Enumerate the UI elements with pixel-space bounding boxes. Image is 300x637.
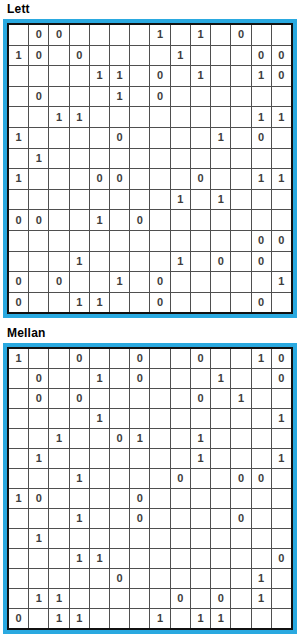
empty-cell-r6c11[interactable]: [211, 449, 230, 468]
empty-cell-r12c6[interactable]: [110, 252, 129, 272]
empty-cell-r4c6[interactable]: [110, 409, 129, 428]
empty-cell-r9c8[interactable]: [150, 509, 169, 528]
empty-cell-r2c3[interactable]: [49, 369, 68, 388]
empty-cell-r6c3[interactable]: [49, 128, 68, 148]
empty-cell-r1c6[interactable]: [110, 25, 129, 45]
empty-cell-r3c13[interactable]: [252, 389, 271, 408]
empty-cell-r7c3[interactable]: [49, 149, 68, 169]
empty-cell-r8c12[interactable]: [231, 489, 250, 508]
empty-cell-r7c6[interactable]: [110, 149, 129, 169]
clue-cell-r2c2: 0: [29, 369, 48, 388]
empty-cell-r3c8[interactable]: [150, 389, 169, 408]
empty-cell-r4c5[interactable]: [90, 87, 109, 107]
empty-cell-r10c8[interactable]: [150, 529, 169, 548]
empty-cell-r12c3[interactable]: [49, 252, 68, 272]
empty-cell-r14c10[interactable]: [191, 293, 210, 313]
empty-cell-r8c8[interactable]: [150, 169, 169, 189]
empty-cell-r10c11[interactable]: [211, 529, 230, 548]
empty-cell-r11c8[interactable]: [150, 549, 169, 568]
empty-cell-r4c1[interactable]: [9, 409, 28, 428]
empty-cell-r8c11[interactable]: [211, 489, 230, 508]
empty-cell-r10c13[interactable]: [252, 529, 271, 548]
empty-cell-r11c1[interactable]: [9, 231, 28, 251]
empty-cell-r6c3[interactable]: [49, 449, 68, 468]
empty-cell-r2c6[interactable]: [110, 46, 129, 66]
empty-cell-r1c6[interactable]: [110, 349, 129, 368]
empty-cell-r12c9[interactable]: [171, 569, 190, 588]
empty-cell-r10c13[interactable]: [252, 210, 271, 230]
empty-cell-r9c10[interactable]: [191, 509, 210, 528]
empty-cell-r10c10[interactable]: [191, 210, 210, 230]
empty-cell-r12c14[interactable]: [272, 569, 291, 588]
empty-cell-r2c8[interactable]: [150, 369, 169, 388]
empty-cell-r1c13[interactable]: [252, 25, 271, 45]
empty-cell-r7c10[interactable]: [191, 469, 210, 488]
clue-cell-r14c10: 1: [191, 609, 210, 628]
empty-cell-r6c6[interactable]: [110, 449, 129, 468]
empty-cell-r5c12[interactable]: [231, 107, 250, 127]
empty-cell-r11c9[interactable]: [171, 231, 190, 251]
empty-cell-r5c4[interactable]: [70, 429, 89, 448]
empty-cell-r10c6[interactable]: [110, 529, 129, 548]
empty-cell-r12c7[interactable]: [130, 252, 149, 272]
empty-cell-r14c2[interactable]: [29, 293, 48, 313]
empty-cell-r14c7[interactable]: [130, 609, 149, 628]
empty-cell-r14c12[interactable]: [231, 293, 250, 313]
empty-cell-r7c1[interactable]: [9, 469, 28, 488]
empty-cell-r6c7[interactable]: [130, 128, 149, 148]
empty-cell-r7c8[interactable]: [150, 149, 169, 169]
empty-cell-r10c10[interactable]: [191, 529, 210, 548]
empty-cell-r11c2[interactable]: [29, 231, 48, 251]
empty-cell-r4c4[interactable]: [70, 87, 89, 107]
empty-cell-r6c14[interactable]: [272, 128, 291, 148]
empty-cell-r13c13[interactable]: [252, 272, 271, 292]
empty-cell-r10c14[interactable]: [272, 529, 291, 548]
empty-cell-r5c12[interactable]: [231, 429, 250, 448]
empty-cell-r12c12[interactable]: [231, 569, 250, 588]
empty-cell-r11c8[interactable]: [150, 231, 169, 251]
empty-cell-r4c14[interactable]: [272, 87, 291, 107]
empty-cell-r13c11[interactable]: [211, 272, 230, 292]
empty-cell-r4c9[interactable]: [171, 87, 190, 107]
empty-cell-r5c1[interactable]: [9, 429, 28, 448]
empty-cell-r9c1[interactable]: [9, 509, 28, 528]
empty-cell-r4c7[interactable]: [130, 409, 149, 428]
empty-cell-r11c11[interactable]: [211, 549, 230, 568]
empty-cell-r6c4[interactable]: [70, 449, 89, 468]
empty-cell-r6c10[interactable]: [191, 128, 210, 148]
empty-cell-r4c10[interactable]: [191, 87, 210, 107]
empty-cell-r14c12[interactable]: [231, 609, 250, 628]
empty-cell-r9c2[interactable]: [29, 190, 48, 210]
empty-cell-r6c9[interactable]: [171, 449, 190, 468]
empty-cell-r10c4[interactable]: [70, 210, 89, 230]
empty-cell-r13c10[interactable]: [191, 272, 210, 292]
empty-cell-r14c11[interactable]: [211, 293, 230, 313]
clue-cell-r3c8: 0: [150, 66, 169, 86]
empty-cell-r10c9[interactable]: [171, 210, 190, 230]
empty-cell-r1c9[interactable]: [171, 25, 190, 45]
empty-cell-r4c13[interactable]: [252, 87, 271, 107]
empty-cell-r6c1[interactable]: [9, 449, 28, 468]
empty-cell-r9c14[interactable]: [272, 509, 291, 528]
empty-cell-r8c3[interactable]: [49, 489, 68, 508]
empty-cell-r14c5[interactable]: [90, 609, 109, 628]
empty-cell-r14c14[interactable]: [272, 609, 291, 628]
empty-cell-r11c5[interactable]: [90, 231, 109, 251]
empty-cell-r1c11[interactable]: [211, 349, 230, 368]
empty-cell-r10c6[interactable]: [110, 210, 129, 230]
empty-cell-r5c5[interactable]: [90, 107, 109, 127]
empty-cell-r14c6[interactable]: [110, 293, 129, 313]
empty-cell-r1c8[interactable]: [150, 349, 169, 368]
empty-cell-r3c11[interactable]: [211, 389, 230, 408]
clue-cell-r3c13: 1: [252, 66, 271, 86]
empty-cell-r6c7[interactable]: [130, 449, 149, 468]
empty-cell-r6c8[interactable]: [150, 449, 169, 468]
empty-cell-r8c13[interactable]: [252, 489, 271, 508]
clue-cell-r8c6: 0: [110, 169, 129, 189]
empty-cell-r8c2[interactable]: [29, 169, 48, 189]
empty-cell-r5c10[interactable]: [191, 107, 210, 127]
empty-cell-r14c7[interactable]: [130, 293, 149, 313]
empty-cell-r8c8[interactable]: [150, 489, 169, 508]
empty-cell-r4c3[interactable]: [49, 409, 68, 428]
empty-cell-r9c3[interactable]: [49, 509, 68, 528]
empty-cell-r6c12[interactable]: [231, 449, 250, 468]
empty-cell-r13c8[interactable]: [150, 589, 169, 608]
empty-cell-r8c5[interactable]: [90, 489, 109, 508]
empty-cell-r3c14[interactable]: [272, 389, 291, 408]
clue-cell-r8c1: 1: [9, 489, 28, 508]
empty-cell-r10c3[interactable]: [49, 529, 68, 548]
empty-cell-r10c12[interactable]: [231, 210, 250, 230]
empty-cell-r12c10[interactable]: [191, 569, 210, 588]
empty-cell-r9c5[interactable]: [90, 509, 109, 528]
empty-cell-r7c10[interactable]: [191, 149, 210, 169]
empty-cell-r14c3[interactable]: [49, 293, 68, 313]
empty-cell-r13c2[interactable]: [29, 272, 48, 292]
empty-cell-r3c3[interactable]: [49, 66, 68, 86]
empty-cell-r14c6[interactable]: [110, 609, 129, 628]
empty-cell-r5c7[interactable]: [130, 107, 149, 127]
empty-cell-r4c2[interactable]: [29, 409, 48, 428]
empty-cell-r11c6[interactable]: [110, 549, 129, 568]
empty-cell-r11c6[interactable]: [110, 231, 129, 251]
empty-cell-r7c2[interactable]: [29, 469, 48, 488]
empty-cell-r8c3[interactable]: [49, 169, 68, 189]
empty-cell-r8c9[interactable]: [171, 169, 190, 189]
empty-cell-r5c11[interactable]: [211, 107, 230, 127]
empty-cell-r9c1[interactable]: [9, 190, 28, 210]
empty-cell-r8c14[interactable]: [272, 489, 291, 508]
empty-cell-r3c1[interactable]: [9, 389, 28, 408]
empty-cell-r9c14[interactable]: [272, 190, 291, 210]
empty-cell-r13c12[interactable]: [231, 589, 250, 608]
empty-cell-r11c13[interactable]: [252, 549, 271, 568]
empty-cell-r12c2[interactable]: [29, 252, 48, 272]
empty-cell-r11c11[interactable]: [211, 231, 230, 251]
empty-cell-r2c8[interactable]: [150, 46, 169, 66]
empty-cell-r2c7[interactable]: [130, 46, 149, 66]
empty-cell-r13c14[interactable]: [272, 589, 291, 608]
empty-cell-r7c1[interactable]: [9, 149, 28, 169]
empty-cell-r6c4[interactable]: [70, 128, 89, 148]
empty-cell-r4c11[interactable]: [211, 87, 230, 107]
empty-cell-r6c12[interactable]: [231, 128, 250, 148]
empty-cell-r5c8[interactable]: [150, 107, 169, 127]
empty-cell-r1c5[interactable]: [90, 349, 109, 368]
clue-cell-r13c13: 1: [252, 589, 271, 608]
empty-cell-r2c1[interactable]: [9, 369, 28, 388]
empty-cell-r9c9[interactable]: [171, 509, 190, 528]
empty-cell-r8c12[interactable]: [231, 169, 250, 189]
empty-cell-r12c5[interactable]: [90, 252, 109, 272]
empty-cell-r2c3[interactable]: [49, 46, 68, 66]
empty-cell-r6c5[interactable]: [90, 128, 109, 148]
empty-cell-r13c4[interactable]: [70, 272, 89, 292]
empty-cell-r14c9[interactable]: [171, 293, 190, 313]
empty-cell-r5c9[interactable]: [171, 429, 190, 448]
empty-cell-r11c2[interactable]: [29, 549, 48, 568]
empty-cell-r5c2[interactable]: [29, 107, 48, 127]
empty-cell-r2c4[interactable]: [70, 369, 89, 388]
empty-cell-r2c5[interactable]: [90, 46, 109, 66]
empty-cell-r8c7[interactable]: [130, 169, 149, 189]
empty-cell-r9c6[interactable]: [110, 190, 129, 210]
empty-cell-r2c12[interactable]: [231, 369, 250, 388]
empty-cell-r11c1[interactable]: [9, 549, 28, 568]
empty-cell-r7c9[interactable]: [171, 149, 190, 169]
empty-cell-r13c10[interactable]: [191, 589, 210, 608]
empty-cell-r4c13[interactable]: [252, 409, 271, 428]
empty-cell-r4c9[interactable]: [171, 409, 190, 428]
empty-cell-r11c3[interactable]: [49, 549, 68, 568]
empty-cell-r4c8[interactable]: [150, 409, 169, 428]
empty-cell-r14c13[interactable]: [252, 609, 271, 628]
empty-cell-r5c1[interactable]: [9, 107, 28, 127]
empty-cell-r12c3[interactable]: [49, 569, 68, 588]
empty-cell-r7c13[interactable]: [252, 149, 271, 169]
empty-cell-r12c2[interactable]: [29, 569, 48, 588]
empty-cell-r2c10[interactable]: [191, 369, 210, 388]
empty-cell-r10c4[interactable]: [70, 529, 89, 548]
empty-cell-r1c11[interactable]: [211, 25, 230, 45]
empty-cell-r4c12[interactable]: [231, 409, 250, 428]
empty-cell-r12c7[interactable]: [130, 569, 149, 588]
empty-cell-r11c9[interactable]: [171, 549, 190, 568]
empty-cell-r5c14[interactable]: [272, 429, 291, 448]
empty-cell-r9c13[interactable]: [252, 509, 271, 528]
empty-cell-r5c6[interactable]: [110, 107, 129, 127]
empty-cell-r3c5[interactable]: [90, 389, 109, 408]
empty-cell-r10c5[interactable]: [90, 529, 109, 548]
empty-cell-r6c13[interactable]: [252, 449, 271, 468]
empty-cell-r10c11[interactable]: [211, 210, 230, 230]
empty-cell-r10c14[interactable]: [272, 210, 291, 230]
empty-cell-r13c5[interactable]: [90, 272, 109, 292]
empty-cell-r3c1[interactable]: [9, 66, 28, 86]
empty-cell-r1c3[interactable]: [49, 349, 68, 368]
empty-cell-r3c11[interactable]: [211, 66, 230, 86]
empty-cell-r12c10[interactable]: [191, 252, 210, 272]
empty-cell-r7c7[interactable]: [130, 469, 149, 488]
empty-cell-r2c6[interactable]: [110, 369, 129, 388]
empty-cell-r1c1[interactable]: [9, 25, 28, 45]
empty-cell-r12c1[interactable]: [9, 252, 28, 272]
empty-cell-r5c9[interactable]: [171, 107, 190, 127]
empty-cell-r6c2[interactable]: [29, 128, 48, 148]
empty-cell-r11c7[interactable]: [130, 549, 149, 568]
empty-cell-r3c9[interactable]: [171, 389, 190, 408]
empty-cell-r1c2[interactable]: [29, 349, 48, 368]
empty-cell-r2c11[interactable]: [211, 46, 230, 66]
empty-cell-r4c7[interactable]: [130, 87, 149, 107]
empty-cell-r12c1[interactable]: [9, 569, 28, 588]
empty-cell-r12c5[interactable]: [90, 569, 109, 588]
empty-cell-r12c14[interactable]: [272, 252, 291, 272]
empty-cell-r13c6[interactable]: [110, 589, 129, 608]
empty-cell-r3c7[interactable]: [130, 66, 149, 86]
empty-cell-r9c5[interactable]: [90, 190, 109, 210]
empty-cell-r7c11[interactable]: [211, 469, 230, 488]
empty-cell-r10c9[interactable]: [171, 529, 190, 548]
empty-cell-r13c5[interactable]: [90, 589, 109, 608]
empty-cell-r5c5[interactable]: [90, 429, 109, 448]
empty-cell-r4c1[interactable]: [9, 87, 28, 107]
empty-cell-r7c7[interactable]: [130, 149, 149, 169]
empty-cell-r8c11[interactable]: [211, 169, 230, 189]
empty-cell-r7c8[interactable]: [150, 469, 169, 488]
clue-cell-r6c6: 0: [110, 128, 129, 148]
empty-cell-r9c11[interactable]: [211, 509, 230, 528]
empty-cell-r10c8[interactable]: [150, 210, 169, 230]
empty-cell-r3c2[interactable]: [29, 66, 48, 86]
empty-cell-r7c12[interactable]: [231, 149, 250, 169]
empty-cell-r12c12[interactable]: [231, 252, 250, 272]
empty-cell-r8c4[interactable]: [70, 169, 89, 189]
empty-cell-r6c8[interactable]: [150, 128, 169, 148]
empty-cell-r9c8[interactable]: [150, 190, 169, 210]
empty-cell-r5c13[interactable]: [252, 429, 271, 448]
empty-cell-r13c9[interactable]: [171, 272, 190, 292]
empty-cell-r13c4[interactable]: [70, 589, 89, 608]
empty-cell-r3c4[interactable]: [70, 66, 89, 86]
empty-cell-r1c14[interactable]: [272, 25, 291, 45]
empty-cell-r3c9[interactable]: [171, 66, 190, 86]
empty-cell-r3c12[interactable]: [231, 66, 250, 86]
empty-cell-r7c14[interactable]: [272, 469, 291, 488]
clue-cell-r5c3: 1: [49, 107, 68, 127]
empty-cell-r9c10[interactable]: [191, 190, 210, 210]
clue-cell-r13c8: 0: [150, 272, 169, 292]
empty-cell-r10c12[interactable]: [231, 529, 250, 548]
empty-cell-r2c13[interactable]: [252, 369, 271, 388]
empty-cell-r4c10[interactable]: [191, 409, 210, 428]
empty-cell-r11c10[interactable]: [191, 549, 210, 568]
empty-cell-r12c8[interactable]: [150, 252, 169, 272]
empty-cell-r9c12[interactable]: [231, 190, 250, 210]
clue-cell-r1c7: 0: [130, 349, 149, 368]
empty-cell-r13c1[interactable]: [9, 589, 28, 608]
empty-cell-r2c10[interactable]: [191, 46, 210, 66]
empty-cell-r9c3[interactable]: [49, 190, 68, 210]
empty-cell-r4c11[interactable]: [211, 409, 230, 428]
empty-cell-r7c14[interactable]: [272, 149, 291, 169]
empty-cell-r9c2[interactable]: [29, 509, 48, 528]
empty-cell-r8c4[interactable]: [70, 489, 89, 508]
empty-cell-r13c12[interactable]: [231, 272, 250, 292]
clue-cell-r5c13: 1: [252, 107, 271, 127]
empty-cell-r14c2[interactable]: [29, 609, 48, 628]
empty-cell-r5c8[interactable]: [150, 429, 169, 448]
empty-cell-r1c12[interactable]: [231, 349, 250, 368]
empty-cell-r4c4[interactable]: [70, 409, 89, 428]
empty-cell-r9c6[interactable]: [110, 509, 129, 528]
empty-cell-r13c7[interactable]: [130, 589, 149, 608]
empty-cell-r11c4[interactable]: [70, 231, 89, 251]
empty-cell-r4c12[interactable]: [231, 87, 250, 107]
empty-cell-r2c9[interactable]: [171, 369, 190, 388]
empty-cell-r12c8[interactable]: [150, 569, 169, 588]
empty-cell-r11c3[interactable]: [49, 231, 68, 251]
empty-cell-r7c5[interactable]: [90, 149, 109, 169]
empty-cell-r9c7[interactable]: [130, 190, 149, 210]
empty-cell-r10c3[interactable]: [49, 210, 68, 230]
clue-cell-r7c2: 1: [29, 149, 48, 169]
empty-cell-r1c7[interactable]: [130, 25, 149, 45]
empty-cell-r8c6[interactable]: [110, 489, 129, 508]
empty-cell-r6c5[interactable]: [90, 449, 109, 468]
empty-cell-r10c7[interactable]: [130, 529, 149, 548]
clue-cell-r13c11: 0: [211, 589, 230, 608]
empty-cell-r14c14[interactable]: [272, 293, 291, 313]
empty-cell-r7c11[interactable]: [211, 149, 230, 169]
empty-cell-r11c12[interactable]: [231, 231, 250, 251]
empty-cell-r6c9[interactable]: [171, 128, 190, 148]
empty-cell-r3c7[interactable]: [130, 389, 149, 408]
clue-cell-r2c1: 1: [9, 46, 28, 66]
empty-cell-r7c4[interactable]: [70, 149, 89, 169]
empty-cell-r8c10[interactable]: [191, 489, 210, 508]
empty-cell-r5c11[interactable]: [211, 429, 230, 448]
empty-cell-r2c12[interactable]: [231, 46, 250, 66]
empty-cell-r7c3[interactable]: [49, 469, 68, 488]
empty-cell-r11c7[interactable]: [130, 231, 149, 251]
empty-cell-r1c5[interactable]: [90, 25, 109, 45]
empty-cell-r9c13[interactable]: [252, 190, 271, 210]
empty-cell-r7c5[interactable]: [90, 469, 109, 488]
empty-cell-r7c6[interactable]: [110, 469, 129, 488]
empty-cell-r14c9[interactable]: [171, 609, 190, 628]
empty-cell-r11c12[interactable]: [231, 549, 250, 568]
empty-cell-r3c6[interactable]: [110, 389, 129, 408]
empty-cell-r12c4[interactable]: [70, 569, 89, 588]
empty-cell-r1c9[interactable]: [171, 349, 190, 368]
empty-cell-r9c4[interactable]: [70, 190, 89, 210]
empty-cell-r12c11[interactable]: [211, 569, 230, 588]
empty-cell-r4c3[interactable]: [49, 87, 68, 107]
empty-cell-r10c1[interactable]: [9, 529, 28, 548]
clue-cell-r3c12: 1: [231, 389, 250, 408]
empty-cell-r3c3[interactable]: [49, 389, 68, 408]
empty-cell-r1c4[interactable]: [70, 25, 89, 45]
empty-cell-r13c7[interactable]: [130, 272, 149, 292]
empty-cell-r8c9[interactable]: [171, 489, 190, 508]
empty-cell-r11c10[interactable]: [191, 231, 210, 251]
empty-cell-r5c2[interactable]: [29, 429, 48, 448]
